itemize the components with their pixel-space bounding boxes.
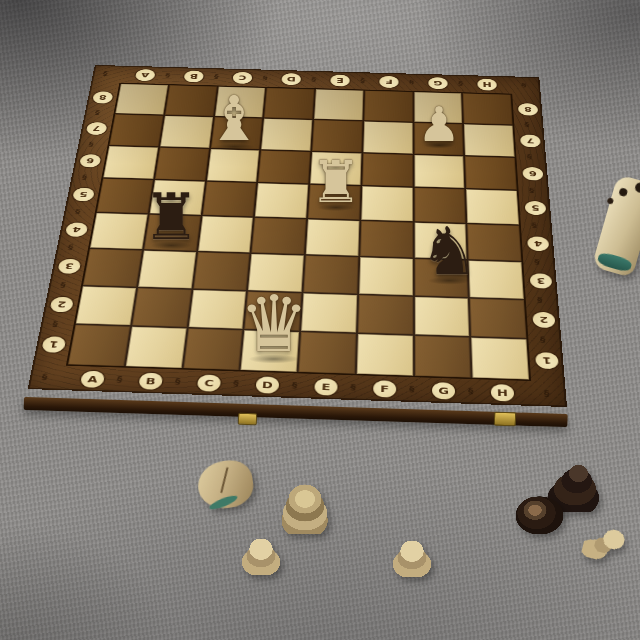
frame-ornament: § [60,280,67,289]
frame-ornament: § [214,73,219,80]
captured-black-pawn-fallen[interactable] [513,490,563,534]
square-f3[interactable] [359,257,413,295]
square-d7[interactable] [261,118,312,150]
rank-label-right-8: 8 [517,103,537,116]
frame-ornament: § [360,77,365,84]
file-label-bottom-E: E [314,378,338,395]
frame-ornament: § [531,221,537,230]
white-bishop-c7[interactable]: ♝ [206,88,262,150]
square-a4[interactable] [90,213,147,249]
frame-ornament: § [311,76,316,83]
frame-ornament: § [350,382,356,392]
frame-ornament: § [52,319,59,329]
file-label-bottom-C: C [197,374,222,391]
file-label-top-E: E [330,74,350,86]
square-a1[interactable] [68,325,130,366]
square-c2[interactable] [188,289,246,329]
file-label-top-D: D [281,73,301,85]
square-a3[interactable] [83,249,142,287]
rank-label-left-5: 5 [72,187,95,201]
square-b6[interactable] [155,147,209,180]
square-e3[interactable] [304,255,359,293]
captured-white-pawn-2[interactable] [391,539,433,577]
frame-ornament: § [174,376,181,386]
rook-glyph: ♜ [310,153,362,211]
square-d5[interactable] [255,183,308,218]
file-label-top-H: H [477,78,497,90]
frame-ornament: § [291,380,297,390]
rank-label-left-7: 7 [85,122,107,135]
white-king-edge-of-frame[interactable] [592,174,640,278]
rank-label-right-4: 4 [527,236,549,251]
captured-white-pawn-fallen[interactable] [580,521,629,566]
frame-ornament: § [544,389,550,399]
rank-label-left-3: 3 [57,259,81,274]
brass-latch-right [494,412,516,427]
square-a2[interactable] [76,286,136,325]
frame-ornament: § [116,375,123,385]
square-h1[interactable] [471,338,529,380]
rank-label-right-2: 2 [532,312,555,328]
rank-label-right-1: 1 [535,352,559,369]
knight-glyph: ♞ [419,219,478,285]
frame-ornament: § [409,384,414,394]
square-a8[interactable] [115,84,167,115]
pawn-glyph: ♟ [417,100,460,148]
frame-ornament: § [165,72,171,79]
frame-ornament: § [94,109,100,116]
square-h2[interactable] [470,298,526,338]
square-b3[interactable] [138,250,196,288]
square-f1[interactable] [357,334,413,376]
square-f4[interactable] [360,221,412,257]
file-label-top-A: A [135,69,156,81]
square-h8[interactable] [463,93,512,124]
frame-ornament: § [524,121,529,129]
square-f5[interactable] [361,186,412,221]
square-f7[interactable] [363,121,412,153]
square-h6[interactable] [465,156,517,190]
rank-label-left-4: 4 [64,222,88,237]
frame-ornament: § [527,153,532,161]
square-f8[interactable] [364,91,412,122]
frame-ornament: § [529,186,534,194]
frame-ornament: § [521,82,526,89]
frame-ornament: § [41,372,48,382]
square-d4[interactable] [252,218,306,254]
frame-ornament: § [88,141,94,149]
frame-ornament: § [409,79,414,86]
bishop-glyph: ♝ [206,88,262,150]
square-e4[interactable] [306,219,359,255]
white-queen-d1[interactable]: ♛ [239,285,309,363]
frame-ornament: § [81,173,87,181]
white-pawn-g7[interactable]: ♟ [417,100,460,148]
square-c4[interactable] [198,216,253,252]
rook-glyph: ♜ [142,185,199,249]
frame-ornament: § [102,70,108,77]
file-label-top-B: B [184,70,205,82]
square-b2[interactable] [132,288,191,327]
square-b1[interactable] [126,327,187,368]
file-label-bottom-F: F [373,380,396,397]
file-label-top-G: G [428,77,447,89]
frame-ornament: § [233,378,239,388]
file-label-bottom-D: D [255,376,279,393]
file-label-bottom-G: G [432,382,455,400]
square-b7[interactable] [160,116,213,148]
square-g6[interactable] [414,155,464,189]
carpet-scene: AA88BB77§§§§CC66§§§§DD55§§§§EE44§§§§FF33… [0,0,640,640]
square-g2[interactable] [414,296,469,336]
frame-ornament: § [67,243,74,252]
captured-white-bishop-fallen[interactable] [195,457,256,511]
square-f2[interactable] [358,295,413,335]
square-h7[interactable] [464,124,515,156]
captured-white-pawn-1[interactable] [240,537,282,575]
rank-label-left-6: 6 [79,154,102,167]
rank-label-left-1: 1 [41,336,66,353]
square-c5[interactable] [202,182,256,217]
frame-ornament: § [540,335,546,345]
file-label-top-F: F [379,76,398,88]
rank-label-left-8: 8 [92,91,114,103]
square-e8[interactable] [314,89,363,120]
rank-label-left-2: 2 [49,297,74,313]
brass-latch-left [238,413,257,426]
rank-label-right-7: 7 [520,134,541,147]
rank-label-right-3: 3 [529,273,552,289]
square-c1[interactable] [183,329,242,370]
file-label-bottom-H: H [491,384,515,402]
rank-label-right-6: 6 [522,167,543,181]
frame-ornament: § [537,295,543,304]
rank-label-right-5: 5 [524,201,546,215]
file-label-bottom-A: A [80,370,106,387]
file-label-bottom-B: B [138,372,163,389]
square-e2[interactable] [301,293,357,333]
queen-glyph: ♛ [239,285,309,363]
black-rook-b4[interactable]: ♜ [142,185,199,249]
square-a7[interactable] [109,114,163,146]
captured-white-rook-standing[interactable] [282,484,328,534]
square-f6[interactable] [362,153,412,187]
square-g1[interactable] [414,336,470,378]
square-d8[interactable] [264,88,314,119]
square-a6[interactable] [103,146,158,179]
square-d6[interactable] [258,150,310,183]
frame-ornament: § [534,258,540,267]
black-knight-g3[interactable]: ♞ [419,219,478,285]
frame-ornament: § [458,80,463,87]
frame-ornament: § [262,75,267,82]
frame-ornament: § [74,208,81,216]
frame-ornament: § [468,386,474,396]
white-rook-e5[interactable]: ♜ [310,153,362,211]
